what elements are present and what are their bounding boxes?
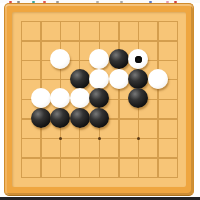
stone-white	[70, 88, 90, 108]
bottom-dark-band	[0, 197, 200, 200]
stone-black	[70, 69, 90, 89]
hoshi-point	[59, 137, 62, 140]
stone-black	[31, 108, 51, 128]
go-board[interactable]	[4, 3, 194, 196]
stone-black	[89, 88, 109, 108]
stone-black	[128, 69, 148, 89]
stone-black	[50, 108, 70, 128]
last-move-marker	[135, 56, 142, 63]
stone-white	[31, 88, 51, 108]
stone-white	[89, 49, 109, 69]
hoshi-point	[98, 137, 101, 140]
stone-white	[109, 69, 129, 89]
stone-white	[50, 88, 70, 108]
stone-black	[128, 88, 148, 108]
stone-black	[89, 108, 109, 128]
page-background	[0, 0, 200, 200]
stone-black	[109, 49, 129, 69]
stone-black	[70, 108, 90, 128]
stone-white	[89, 69, 109, 89]
stone-white	[148, 69, 168, 89]
stone-white	[50, 49, 70, 69]
hoshi-point	[137, 137, 140, 140]
